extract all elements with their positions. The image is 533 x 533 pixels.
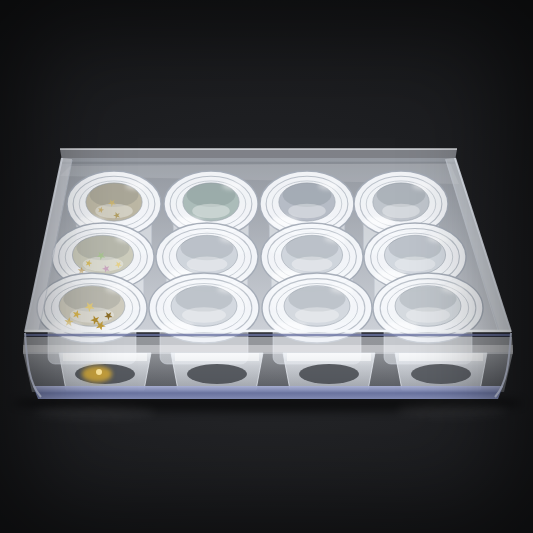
jar-window-light: [192, 204, 230, 219]
jar-base-col1: [59, 353, 151, 390]
box-bottom-edge: [33, 386, 503, 399]
gold-glint: [96, 369, 102, 375]
jar-highlight-top: [222, 182, 243, 190]
jar-base-shadow: [187, 364, 247, 384]
jar-highlight-top: [105, 285, 129, 293]
jar-highlight: [364, 217, 392, 228]
jar-highlight-top: [324, 234, 346, 242]
jar-highlight-top: [441, 285, 465, 293]
jar-highlight-top: [217, 285, 241, 293]
jar-highlight-top: [427, 234, 449, 242]
jar-base-col2: [171, 353, 263, 390]
scene-svg: ★★★★★★★★★★★★★★: [0, 0, 533, 533]
jar-base-top-glint: [175, 353, 259, 361]
jar-base-shadow: [299, 364, 359, 384]
jar-base-top-glint: [287, 353, 371, 361]
jar-highlight-top: [219, 234, 241, 242]
storage-box: ★★★★★★★★★★★★★★: [23, 149, 513, 399]
jar-base-col3: [283, 353, 375, 390]
jar-highlight-top: [412, 182, 433, 190]
jar-window-light: [182, 307, 226, 322]
jar-highlight-top: [318, 182, 339, 190]
jar-window-light: [382, 204, 420, 219]
jar-highlight-top: [330, 285, 354, 293]
jar-base-top-glint: [63, 353, 147, 361]
product-photo: ★★★★★★★★★★★★★★: [0, 0, 533, 533]
jar-base-col4: [395, 353, 487, 390]
jar-base-shadow: [411, 364, 471, 384]
jar-highlight-top: [115, 234, 137, 242]
jar-window-light: [295, 307, 339, 322]
jar-window-light: [406, 307, 450, 322]
jar-base-top-glint: [399, 353, 483, 361]
floor-glint-left: [35, 405, 155, 419]
jar-window-light: [187, 257, 228, 272]
floor-glint-right: [397, 403, 507, 417]
jar-window-light: [292, 257, 333, 272]
jar-window-light: [395, 257, 436, 272]
jar-highlight-top: [125, 182, 146, 190]
jar-window-light: [288, 204, 326, 219]
